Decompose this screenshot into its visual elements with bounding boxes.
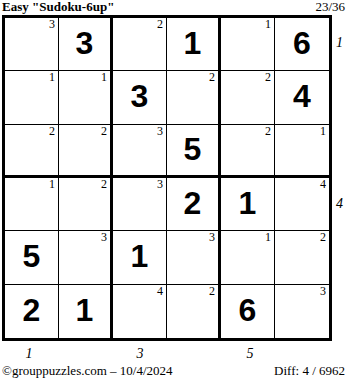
header: Easy "Sudoku-6up" 23/36 <box>2 0 345 14</box>
corner-mark: 4 <box>320 178 326 191</box>
cell-r4c5[interactable]: 1 <box>221 178 275 231</box>
cell-value: 3 <box>131 80 149 112</box>
corner-mark: 1 <box>49 71 55 84</box>
corner-mark: 2 <box>209 71 215 84</box>
corner-mark: 3 <box>157 178 163 191</box>
cell-r5c4[interactable]: 3 <box>167 231 221 284</box>
puzzle-page: Easy "Sudoku-6up" 23/36 3321161132242235… <box>0 0 347 381</box>
corner-mark: 3 <box>101 231 107 244</box>
cell-r5c2[interactable]: 3 <box>59 231 113 284</box>
corner-mark: 2 <box>157 18 163 31</box>
cell-r5c1[interactable]: 5 <box>5 231 59 284</box>
corner-mark: 1 <box>265 231 271 244</box>
cell-value: 6 <box>239 294 257 326</box>
cell-r2c1[interactable]: 1 <box>5 71 59 124</box>
corner-mark: 3 <box>49 18 55 31</box>
row-label-4: 4 <box>336 196 343 211</box>
cell-r6c6[interactable]: 3 <box>275 285 329 338</box>
cell-r3c2[interactable]: 2 <box>59 125 113 178</box>
cell-r3c3[interactable]: 3 <box>113 125 167 178</box>
cell-value: 1 <box>184 27 202 59</box>
cell-r6c3[interactable]: 4 <box>113 285 167 338</box>
cell-r5c3[interactable]: 1 <box>113 231 167 284</box>
cell-r3c5[interactable]: 2 <box>221 125 275 178</box>
cell-r6c4[interactable]: 2 <box>167 285 221 338</box>
corner-mark: 1 <box>265 18 271 31</box>
footer: ©grouppuzzles.com – 10/4/2024 Diff: 4 / … <box>2 364 345 378</box>
cell-r4c3[interactable]: 3 <box>113 178 167 231</box>
sudoku-board: 332116113224223521123214531312214263 <box>2 15 332 341</box>
cell-value: 4 <box>293 80 311 112</box>
row-label-1: 1 <box>336 35 343 50</box>
cell-r6c5[interactable]: 6 <box>221 285 275 338</box>
col-label-1: 1 <box>26 346 33 361</box>
cell-r4c4[interactable]: 2 <box>167 178 221 231</box>
cell-r5c6[interactable]: 2 <box>275 231 329 284</box>
cell-r5c5[interactable]: 1 <box>221 231 275 284</box>
corner-mark: 1 <box>320 125 326 138</box>
cell-r2c3[interactable]: 3 <box>113 71 167 124</box>
corner-mark: 2 <box>209 285 215 298</box>
corner-mark: 2 <box>320 231 326 244</box>
cell-value: 3 <box>76 27 94 59</box>
difficulty-text: Diff: 4 / 6962 <box>274 364 345 378</box>
cell-r1c1[interactable]: 3 <box>5 18 59 71</box>
col-label-3: 3 <box>137 346 144 361</box>
cell-value: 1 <box>239 187 257 219</box>
cell-r4c6[interactable]: 4 <box>275 178 329 231</box>
cell-r1c2[interactable]: 3 <box>59 18 113 71</box>
corner-mark: 1 <box>101 71 107 84</box>
corner-mark: 4 <box>157 285 163 298</box>
cell-r4c1[interactable]: 1 <box>5 178 59 231</box>
cell-value: 5 <box>184 133 202 165</box>
corner-mark: 3 <box>320 285 326 298</box>
cell-r3c1[interactable]: 2 <box>5 125 59 178</box>
puzzle-counter: 23/36 <box>315 0 345 14</box>
cell-r2c2[interactable]: 1 <box>59 71 113 124</box>
cell-value: 2 <box>184 187 202 219</box>
cell-value: 1 <box>131 240 149 272</box>
corner-mark: 3 <box>209 231 215 244</box>
corner-mark: 2 <box>101 178 107 191</box>
cell-value: 2 <box>23 294 41 326</box>
cell-r6c2[interactable]: 1 <box>59 285 113 338</box>
col-label-5: 5 <box>247 346 254 361</box>
cell-r2c4[interactable]: 2 <box>167 71 221 124</box>
cell-r2c5[interactable]: 2 <box>221 71 275 124</box>
corner-mark: 2 <box>49 125 55 138</box>
corner-mark: 2 <box>265 125 271 138</box>
cell-r3c6[interactable]: 1 <box>275 125 329 178</box>
corner-mark: 1 <box>49 178 55 191</box>
cell-value: 5 <box>23 240 41 272</box>
corner-mark: 2 <box>101 125 107 138</box>
cell-r1c4[interactable]: 1 <box>167 18 221 71</box>
cell-value: 6 <box>293 27 311 59</box>
corner-mark: 3 <box>157 125 163 138</box>
cell-r3c4[interactable]: 5 <box>167 125 221 178</box>
copyright-text: ©grouppuzzles.com – 10/4/2024 <box>2 364 173 378</box>
cell-r1c5[interactable]: 1 <box>221 18 275 71</box>
cell-r6c1[interactable]: 2 <box>5 285 59 338</box>
cell-r2c6[interactable]: 4 <box>275 71 329 124</box>
puzzle-title: Easy "Sudoku-6up" <box>2 0 114 14</box>
cell-r4c2[interactable]: 2 <box>59 178 113 231</box>
cell-r1c3[interactable]: 2 <box>113 18 167 71</box>
cell-r1c6[interactable]: 6 <box>275 18 329 71</box>
cell-value: 1 <box>76 294 94 326</box>
corner-mark: 2 <box>265 71 271 84</box>
